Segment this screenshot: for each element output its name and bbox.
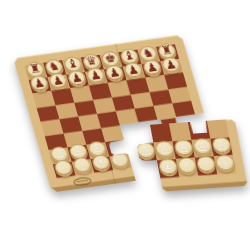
black-bishop-icon: ♝ xyxy=(66,57,80,70)
product-photo: ♜♞♝♛♚♝♞♜♟♟♟♟♟♟♟♟♙♙♙♖♘♗♕ ♙♙♙♙♙♔♗♘♖ xyxy=(0,0,250,250)
square-h4 xyxy=(172,101,195,118)
white-queen-icon: ♕ xyxy=(113,153,127,166)
white-pawn-icon: ♙ xyxy=(176,141,190,155)
black-king-icon: ♚ xyxy=(104,52,118,65)
white-knight-icon: ♘ xyxy=(75,159,89,172)
white-rook-icon: ♖ xyxy=(57,161,71,174)
black-pawn-icon: ♟ xyxy=(126,64,140,77)
puzzle-piece-small[interactable]: ♙♙♙♙♙♔♗♘♖ xyxy=(132,119,248,193)
black-pawn-icon: ♟ xyxy=(164,58,178,71)
white-pawn-icon: ♙ xyxy=(90,142,104,155)
black-pawn-icon: ♟ xyxy=(32,77,46,90)
black-queen-icon: ♛ xyxy=(85,55,99,68)
square-h3 xyxy=(207,119,229,138)
white-rook-icon: ♖ xyxy=(217,156,231,170)
white-bishop-icon: ♗ xyxy=(94,156,108,169)
white-pawn-icon: ♙ xyxy=(195,139,209,153)
white-king-icon: ♔ xyxy=(161,160,175,174)
black-bishop-icon: ♝ xyxy=(122,49,136,62)
black-pawn-icon: ♟ xyxy=(145,61,159,74)
square-d2 xyxy=(105,139,128,156)
white-pawn-icon: ♙ xyxy=(71,144,85,157)
white-pawn-icon: ♙ xyxy=(139,143,153,157)
white-knight-icon: ♘ xyxy=(199,157,213,171)
black-rook-icon: ♜ xyxy=(160,44,174,57)
black-pawn-icon: ♟ xyxy=(108,66,122,79)
black-pawn-icon: ♟ xyxy=(51,74,65,87)
white-pawn-icon: ♙ xyxy=(157,142,171,156)
black-pawn-icon: ♟ xyxy=(89,69,103,82)
white-bishop-icon: ♗ xyxy=(180,158,194,172)
black-pawn-icon: ♟ xyxy=(70,71,84,84)
white-pawn-icon: ♙ xyxy=(214,138,228,152)
black-knight-icon: ♞ xyxy=(141,47,155,60)
black-knight-icon: ♞ xyxy=(47,60,61,73)
white-pawn-icon: ♙ xyxy=(52,147,66,160)
chessboard-section-small: ♙♙♙♙♙♔♗♘♖ xyxy=(132,119,248,193)
black-rook-icon: ♜ xyxy=(28,63,42,76)
